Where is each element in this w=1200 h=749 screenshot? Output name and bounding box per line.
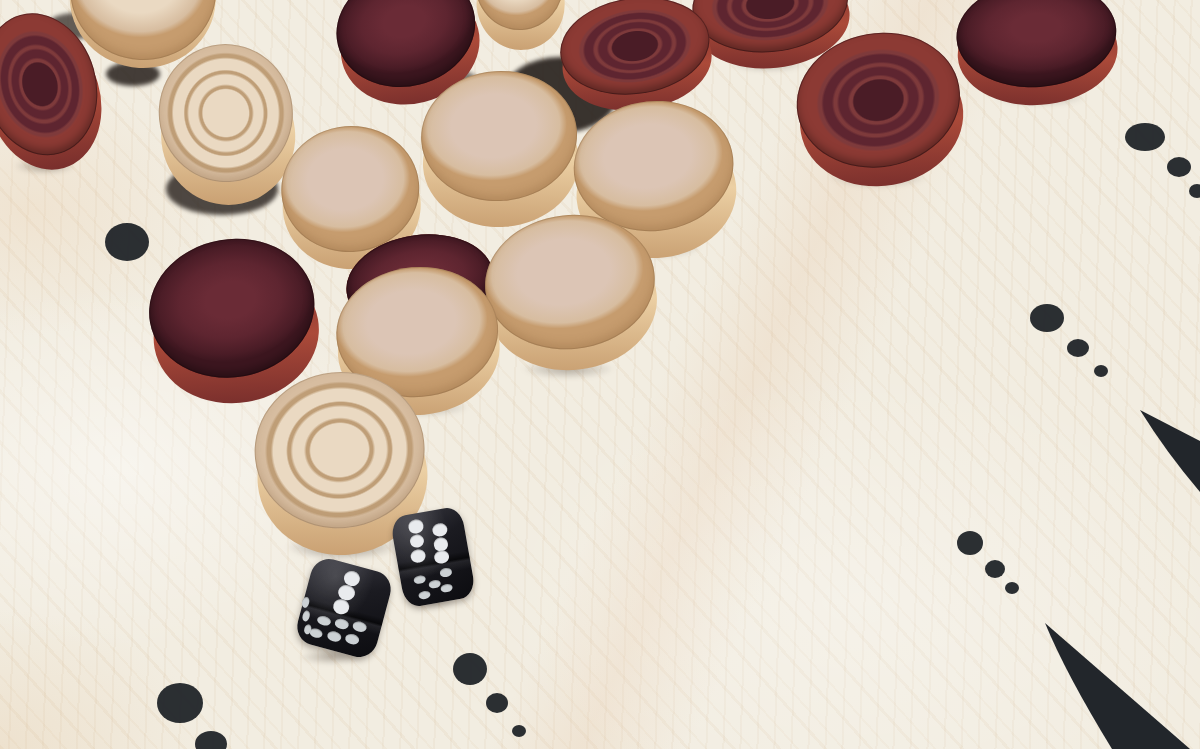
point-dot bbox=[1094, 365, 1108, 377]
point-dot bbox=[195, 731, 227, 749]
point-triangle bbox=[1045, 623, 1190, 749]
point-dot bbox=[512, 725, 526, 737]
backgammon-photo bbox=[0, 0, 1200, 749]
white-checker-plain-4[interactable] bbox=[478, 207, 663, 379]
board bbox=[0, 0, 1200, 749]
point-dot bbox=[985, 560, 1005, 578]
point-dot bbox=[1167, 157, 1191, 177]
red-checker-top-right[interactable] bbox=[953, 0, 1121, 110]
point-dot bbox=[1067, 339, 1089, 357]
point-top-right bbox=[1125, 123, 1200, 198]
die-left[interactable] bbox=[293, 555, 395, 661]
point-dot bbox=[1125, 123, 1165, 151]
white-checker-ringed-upper[interactable] bbox=[152, 37, 302, 211]
point-dot bbox=[486, 693, 508, 713]
point-dot bbox=[957, 531, 983, 555]
point-right bbox=[1030, 304, 1200, 492]
point-bottom-center bbox=[453, 653, 526, 737]
red-checker-ringed-right[interactable] bbox=[786, 20, 974, 199]
die-gloss bbox=[390, 505, 477, 608]
point-bottom-left bbox=[157, 683, 227, 749]
point-triangle bbox=[1140, 410, 1200, 492]
die-right[interactable] bbox=[390, 505, 477, 608]
point-bottom-right bbox=[957, 531, 1190, 749]
point-dot bbox=[1030, 304, 1064, 332]
point-dot bbox=[453, 653, 487, 685]
point-dot bbox=[1005, 582, 1019, 594]
point-dot bbox=[1189, 184, 1200, 198]
point-dot bbox=[157, 683, 203, 723]
white-checker-plain-1[interactable] bbox=[417, 66, 584, 233]
